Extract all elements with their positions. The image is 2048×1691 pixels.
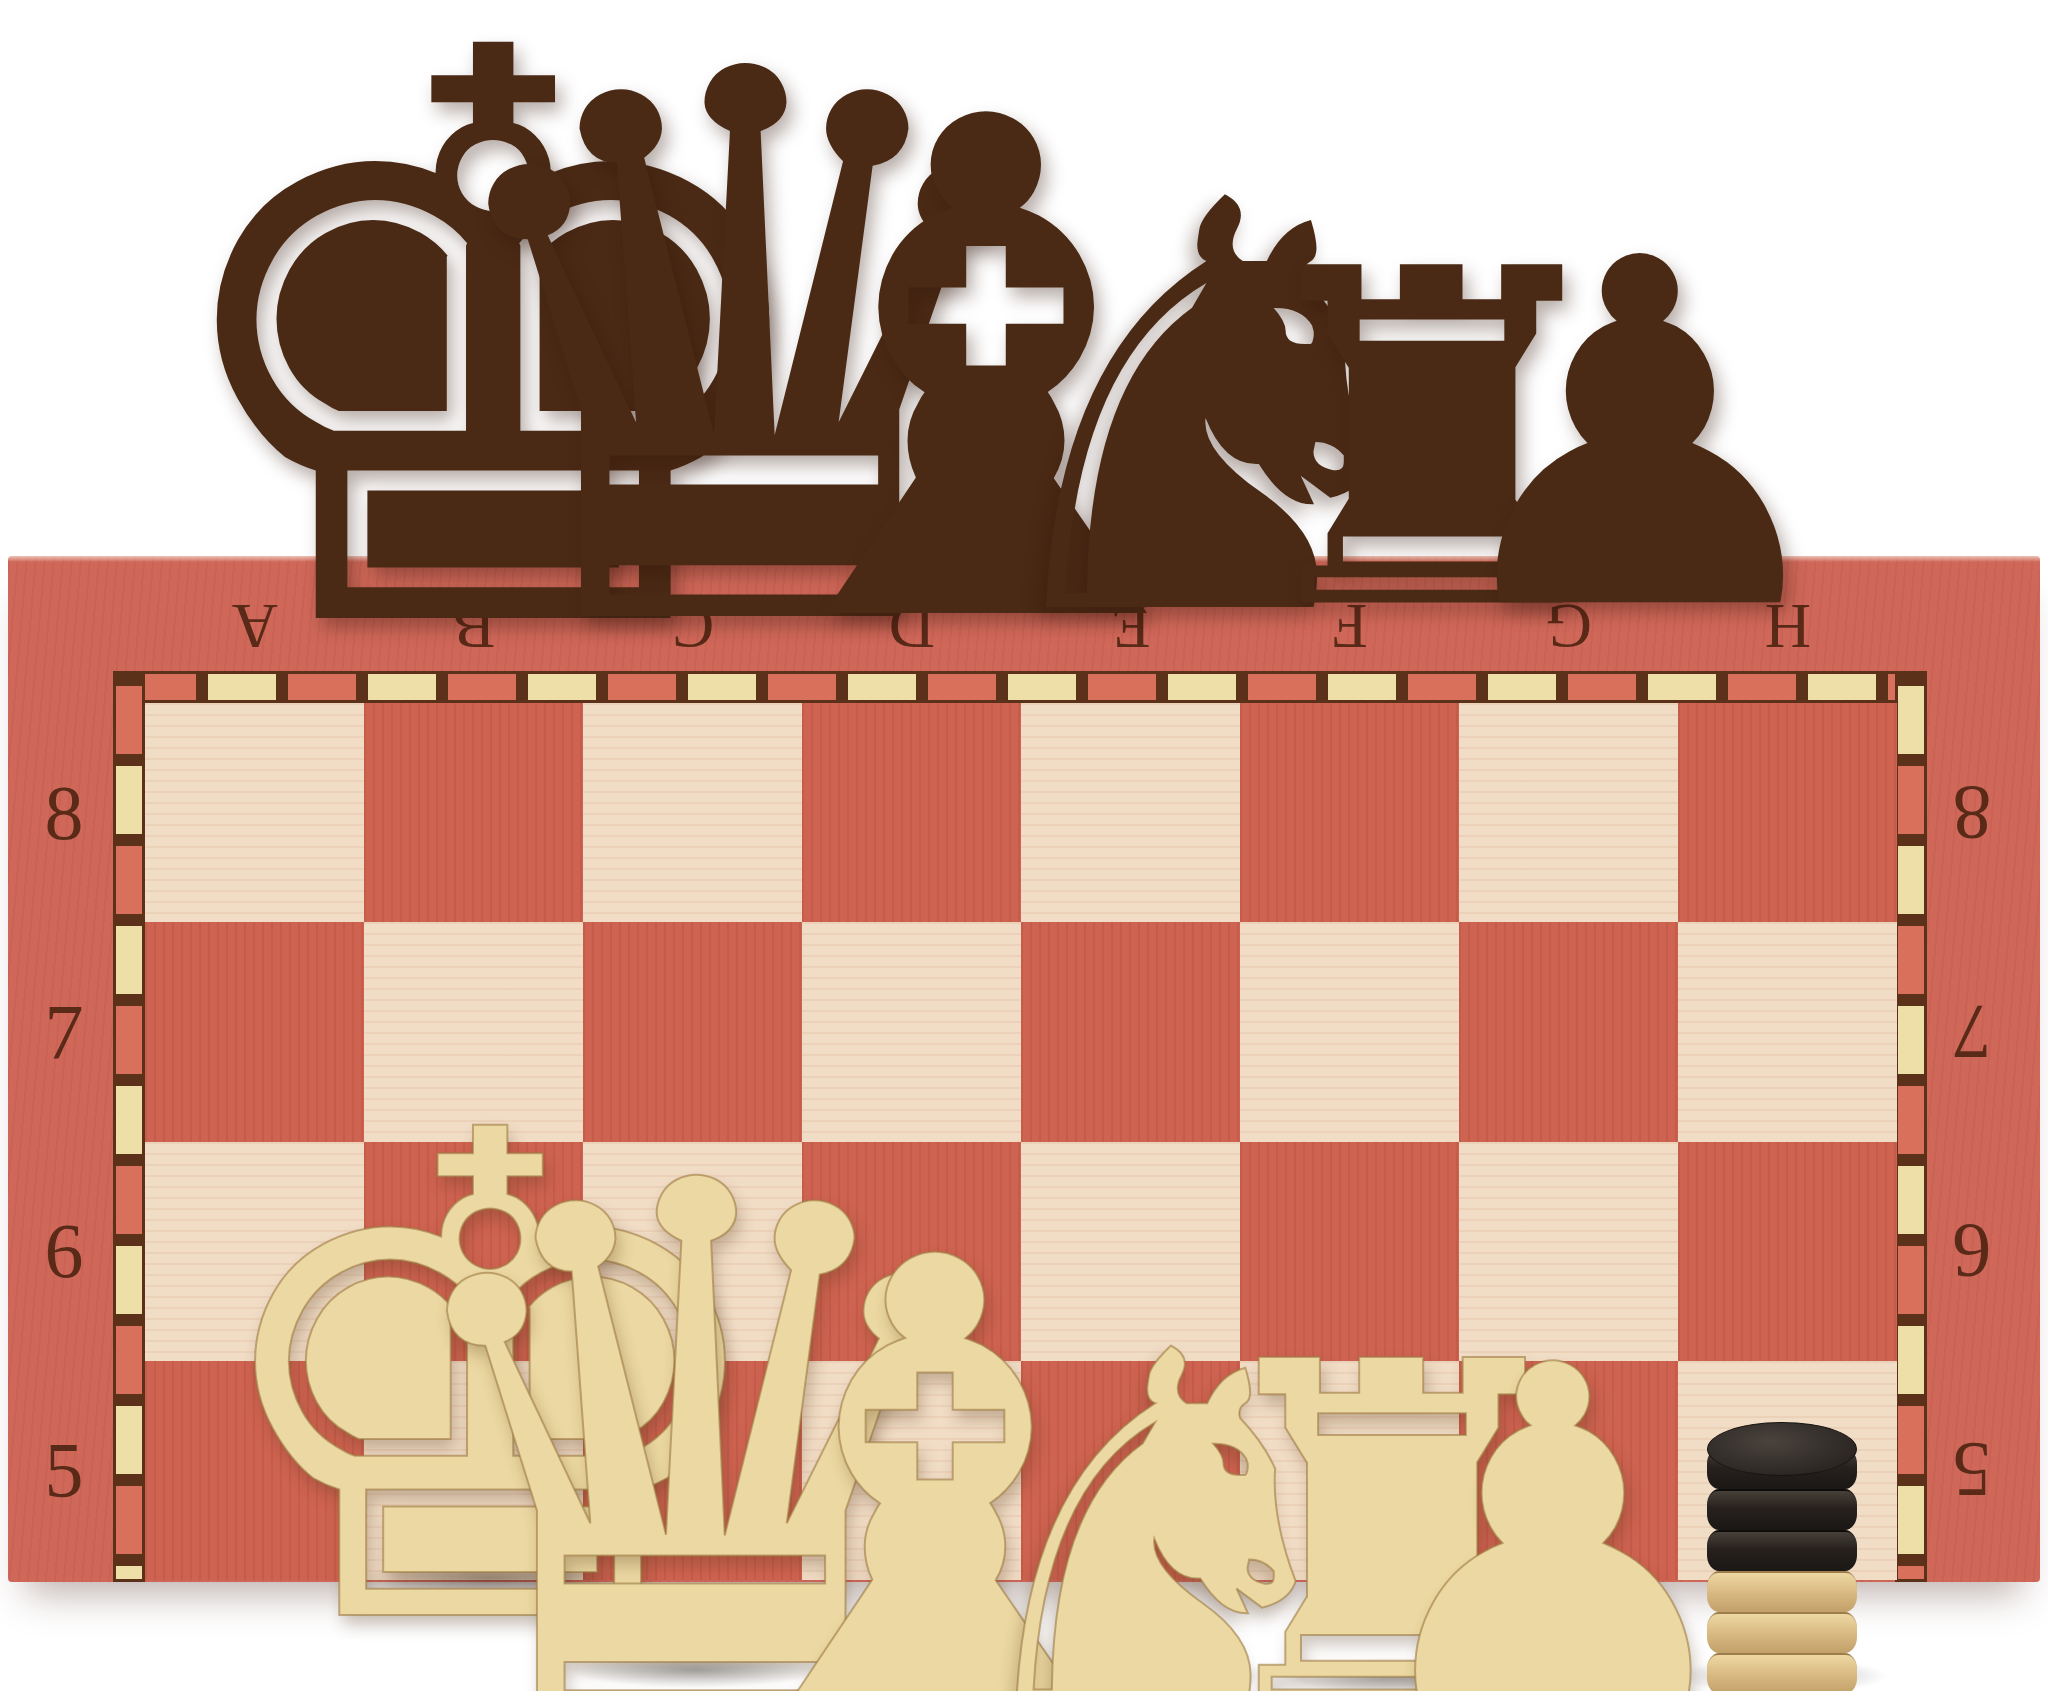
rank-label-left-7: 7 <box>22 984 106 1080</box>
square-d6 <box>802 1142 1021 1361</box>
rank-label-left-6: 6 <box>22 1203 106 1299</box>
rank-label-right-6: 6 <box>1930 1203 2014 1299</box>
surface-shadow <box>1461 1653 1646 1689</box>
square-f6 <box>1240 1142 1459 1361</box>
square-g8 <box>1459 703 1678 922</box>
file-label-f: F <box>1310 586 1390 666</box>
square-h7 <box>1678 922 1897 1141</box>
surface-shadow <box>1041 1657 1271 1691</box>
square-b6 <box>364 1142 583 1361</box>
square-h6 <box>1678 1142 1897 1361</box>
square-b5 <box>364 1361 583 1580</box>
square-g7 <box>1459 922 1678 1141</box>
square-g6 <box>1459 1142 1678 1361</box>
square-e5 <box>1021 1361 1240 1580</box>
file-label-e: E <box>1091 586 1171 666</box>
surface-shadow <box>360 1560 620 1596</box>
natural-checker-disc <box>1707 1571 1857 1612</box>
natural-checker-disc <box>1707 1653 1857 1691</box>
surface-shadow <box>570 1652 820 1688</box>
file-label-h: H <box>1748 586 1828 666</box>
product-photo-scene: ABCDEFGH 8765 8765 ♚♛♝♞♜♟ ♚♛♝♞♜♟ <box>0 0 2048 1691</box>
square-a6 <box>145 1142 364 1361</box>
square-d7 <box>802 922 1021 1141</box>
square-c5 <box>583 1361 802 1580</box>
black-checker-disc <box>1707 1489 1857 1530</box>
inlay-border-right <box>1895 671 1927 1582</box>
square-e7 <box>1021 922 1240 1141</box>
rank-label-right-5: 5 <box>1930 1422 2014 1518</box>
square-f7 <box>1240 922 1459 1141</box>
file-label-d: D <box>872 586 952 666</box>
square-h8 <box>1678 703 1897 922</box>
square-f5 <box>1240 1361 1459 1580</box>
square-e6 <box>1021 1142 1240 1361</box>
square-a7 <box>145 922 364 1141</box>
square-a8 <box>145 703 364 922</box>
natural-checker-disc <box>1707 1612 1857 1653</box>
square-c8 <box>583 703 802 922</box>
file-label-g: G <box>1529 586 1609 666</box>
black-checker-disc <box>1707 1530 1857 1571</box>
square-b8 <box>364 703 583 922</box>
square-c7 <box>583 922 802 1141</box>
rank-label-right-8: 8 <box>1930 765 2014 861</box>
square-f8 <box>1240 703 1459 922</box>
square-b7 <box>364 922 583 1141</box>
square-d8 <box>802 703 1021 922</box>
file-label-a: A <box>215 586 295 666</box>
rank-label-left-8: 8 <box>22 765 106 861</box>
file-label-c: C <box>653 586 733 666</box>
checkers-stack <box>1707 1422 1857 1691</box>
rank-label-left-5: 5 <box>22 1422 106 1518</box>
inlay-border-left <box>113 671 145 1582</box>
surface-shadow <box>828 1650 1043 1686</box>
square-c6 <box>583 1142 802 1361</box>
square-g5 <box>1459 1361 1678 1580</box>
square-d5 <box>802 1361 1021 1580</box>
square-a5 <box>145 1361 364 1580</box>
board-squares <box>145 703 1897 1580</box>
checker-top-face <box>1707 1422 1857 1476</box>
inlay-border-top <box>113 671 1927 703</box>
square-e8 <box>1021 703 1240 922</box>
rank-label-right-7: 7 <box>1930 984 2014 1080</box>
file-label-b: B <box>434 586 514 666</box>
